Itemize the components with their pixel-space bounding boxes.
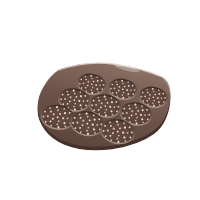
baking-pan-image <box>0 0 200 200</box>
product-photo-canvas <box>0 0 200 200</box>
